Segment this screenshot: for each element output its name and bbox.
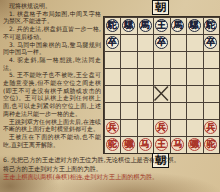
piece-black-卒: 卒 bbox=[204, 36, 217, 49]
rules-line: 1. 棋盘格子布局如图,中间叉字格为禁区,不能进子。 bbox=[3, 10, 101, 25]
scanned-diagram-page: 现将棋规说明。1. 棋盘格子布局如图,中间叉字格为禁区,不能进子。2. 兵的走法… bbox=[0, 0, 220, 192]
piece-black-駝: 駝 bbox=[204, 19, 217, 32]
piece-red-兵: 兵 bbox=[106, 121, 119, 134]
piece-red-马: 马 bbox=[139, 138, 152, 151]
rules-line: 5. 王不能吃子也不被吃,王全盘可走随意变换,但不能在空位之间走棋(即王不可走没… bbox=[3, 71, 101, 117]
rules-bottom-line: 6. 先把己方的王走进对方的王位为胜,无论棋位上是否有其它棋。 bbox=[3, 156, 217, 165]
piece-red-兵: 兵 bbox=[204, 121, 217, 134]
piece-red-王: 王 bbox=[155, 138, 168, 151]
board: 駝騾馬王馬騾駝卒卒卒兵兵兵驼骡马王马骡驼 bbox=[103, 16, 220, 154]
rules-line: 王被压在下面的棋不能动,也不能吃,直到王离开解除。 bbox=[3, 133, 101, 148]
rules-bottom-line: 王走上棋面以两棋(条棋)相连,走到对方王上面的棋为胜。 bbox=[3, 173, 217, 182]
piece-red-驼: 驼 bbox=[106, 138, 119, 151]
piece-black-卒: 卒 bbox=[155, 36, 168, 49]
piece-black-卒: 卒 bbox=[106, 36, 119, 49]
rules-line: 王跳到双方任何棋上面去后,在连续不断的棋上面行走时横竖斜都可走。 bbox=[3, 118, 101, 133]
rules-line: 3. 马同中国象棋的马,蹩马腿规则同中国马一样。 bbox=[3, 41, 101, 56]
piece-black-騾: 騾 bbox=[122, 19, 135, 32]
piece-red-兵: 兵 bbox=[155, 121, 168, 134]
piece-black-馬: 馬 bbox=[139, 19, 152, 32]
piece-red-驼: 驼 bbox=[204, 138, 217, 151]
rules-bottom-line: 将己方的王走到对方王上面的为胜。 bbox=[3, 165, 217, 174]
rules-line: 4. 驼走斜,隔一格想跳,吃法同走法。 bbox=[3, 56, 101, 71]
piece-black-馬: 馬 bbox=[171, 19, 184, 32]
rules-text-panel: 现将棋规说明。1. 棋盘格子布局如图,中间叉字格为禁区,不能进子。2. 兵的走法… bbox=[3, 2, 101, 153]
piece-black-騾: 騾 bbox=[188, 19, 201, 32]
piece-black-王: 王 bbox=[155, 19, 168, 32]
piece-black-駝: 駝 bbox=[106, 19, 119, 32]
top-side-label: 朝 bbox=[152, 0, 169, 15]
forbidden-x-mark bbox=[153, 85, 169, 102]
rules-text-bottom-strip: 6. 先把己方的王走进对方的王位为胜,无论棋位上是否有其它棋。将己方的王走到对方… bbox=[3, 156, 217, 192]
piece-red-马: 马 bbox=[171, 138, 184, 151]
piece-red-骡: 骡 bbox=[122, 138, 135, 151]
rules-line: 现将棋规说明。 bbox=[3, 2, 101, 10]
piece-red-骡: 骡 bbox=[188, 138, 201, 151]
rules-line: 2. 兵的走法,棋盘斜直皆一步一格,不可退后移动。 bbox=[3, 25, 101, 40]
